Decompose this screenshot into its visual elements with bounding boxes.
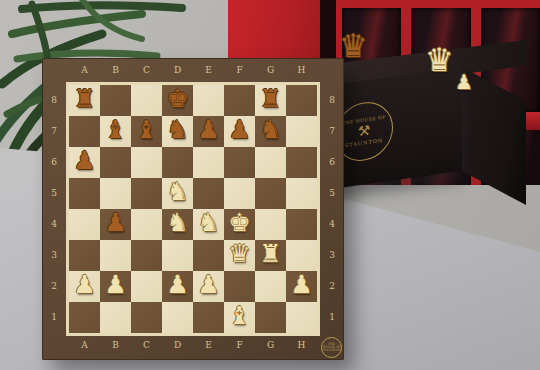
file-label-D: D xyxy=(162,340,193,350)
square-d4: ♞ xyxy=(162,209,193,240)
square-f7: ♟ xyxy=(224,116,255,147)
file-label-C: C xyxy=(131,340,162,350)
square-g5 xyxy=(255,178,286,209)
square-c5 xyxy=(131,178,162,209)
square-g6 xyxy=(255,147,286,178)
white-knight: ♞ xyxy=(162,179,193,204)
square-d5: ♞ xyxy=(162,178,193,209)
file-label-E: E xyxy=(193,340,224,350)
logo-text-bottom: STAUNTON xyxy=(345,137,384,148)
square-e6 xyxy=(193,147,224,178)
square-h6 xyxy=(286,147,317,178)
white-bishop: ♝ xyxy=(224,303,255,328)
square-c4 xyxy=(131,209,162,240)
square-a7 xyxy=(69,116,100,147)
square-a5 xyxy=(69,178,100,209)
square-b4: ♟ xyxy=(100,209,131,240)
rank-label-4: 4 xyxy=(42,209,66,240)
square-a1 xyxy=(69,302,100,333)
rank-label-8: 8 xyxy=(42,85,66,116)
square-d2: ♟ xyxy=(162,271,193,302)
spare-white-pawn: ♟ xyxy=(455,72,473,92)
file-label-H: H xyxy=(286,65,317,75)
spare-white-queen: ♛ xyxy=(425,44,454,76)
product-photo-scene: THE HOUSE OF ⚒ STAUNTON ♟♛♛♟ ABCDEFGH AB… xyxy=(0,0,540,370)
square-a6: ♟ xyxy=(69,147,100,178)
file-label-G: G xyxy=(255,340,286,350)
square-h5 xyxy=(286,178,317,209)
file-label-G: G xyxy=(255,65,286,75)
square-f2 xyxy=(224,271,255,302)
black-rook: ♜ xyxy=(255,86,286,111)
square-c3 xyxy=(131,240,162,271)
square-f6 xyxy=(224,147,255,178)
file-label-F: F xyxy=(224,65,255,75)
square-g4 xyxy=(255,209,286,240)
square-c7: ♝ xyxy=(131,116,162,147)
square-c2 xyxy=(131,271,162,302)
rank-label-6: 6 xyxy=(320,147,344,178)
file-label-F: F xyxy=(224,340,255,350)
white-pawn: ♟ xyxy=(162,272,193,297)
file-label-B: B xyxy=(100,340,131,350)
white-rook: ♜ xyxy=(255,241,286,266)
square-a4 xyxy=(69,209,100,240)
square-f4: ♚ xyxy=(224,209,255,240)
file-label-A: A xyxy=(69,65,100,75)
white-pawn: ♟ xyxy=(100,272,131,297)
board-pinstripe: ♜♚♜♝♝♞♟♟♞♟♞♟♞♞♚♛♜♟♟♟♟♟♝ xyxy=(66,82,320,336)
file-label-D: D xyxy=(162,65,193,75)
black-pawn: ♟ xyxy=(69,148,100,173)
rank-label-4: 4 xyxy=(320,209,344,240)
black-bishop: ♝ xyxy=(100,117,131,142)
rank-label-1: 1 xyxy=(320,302,344,333)
square-e5 xyxy=(193,178,224,209)
white-pawn: ♟ xyxy=(69,272,100,297)
square-g2 xyxy=(255,271,286,302)
square-b8 xyxy=(100,85,131,116)
white-pawn: ♟ xyxy=(286,272,317,297)
white-knight: ♞ xyxy=(193,210,224,235)
square-h8 xyxy=(286,85,317,116)
square-e1 xyxy=(193,302,224,333)
square-e3 xyxy=(193,240,224,271)
white-knight: ♞ xyxy=(162,210,193,235)
square-b2: ♟ xyxy=(100,271,131,302)
square-f8 xyxy=(224,85,255,116)
square-b7: ♝ xyxy=(100,116,131,147)
square-c6 xyxy=(131,147,162,178)
square-g7: ♞ xyxy=(255,116,286,147)
square-d7: ♞ xyxy=(162,116,193,147)
square-h1 xyxy=(286,302,317,333)
rank-label-3: 3 xyxy=(42,240,66,271)
square-f3: ♛ xyxy=(224,240,255,271)
black-rook: ♜ xyxy=(69,86,100,111)
square-f5 xyxy=(224,178,255,209)
square-g8: ♜ xyxy=(255,85,286,116)
square-e2: ♟ xyxy=(193,271,224,302)
white-king: ♚ xyxy=(224,210,255,235)
file-label-H: H xyxy=(286,340,317,350)
square-c1 xyxy=(131,302,162,333)
square-b5 xyxy=(100,178,131,209)
file-label-E: E xyxy=(193,65,224,75)
square-d8: ♚ xyxy=(162,85,193,116)
black-bishop: ♝ xyxy=(131,117,162,142)
white-pawn: ♟ xyxy=(193,272,224,297)
black-pawn: ♟ xyxy=(100,210,131,235)
rank-label-7: 7 xyxy=(320,116,344,147)
black-knight: ♞ xyxy=(255,117,286,142)
square-e4: ♞ xyxy=(193,209,224,240)
rank-label-1: 1 xyxy=(42,302,66,333)
black-pawn: ♟ xyxy=(193,117,224,142)
chess-board: ABCDEFGH ABCDEFGH 12345678 12345678 ♜♚♜♝… xyxy=(42,58,344,360)
file-label-A: A xyxy=(69,340,100,350)
square-a3 xyxy=(69,240,100,271)
square-h3 xyxy=(286,240,317,271)
white-queen: ♛ xyxy=(224,241,255,266)
rank-label-3: 3 xyxy=(320,240,344,271)
rank-label-6: 6 xyxy=(42,147,66,178)
square-h2: ♟ xyxy=(286,271,317,302)
rank-label-5: 5 xyxy=(42,178,66,209)
rank-label-2: 2 xyxy=(320,271,344,302)
square-b3 xyxy=(100,240,131,271)
square-h4 xyxy=(286,209,317,240)
rank-label-7: 7 xyxy=(42,116,66,147)
square-f1: ♝ xyxy=(224,302,255,333)
gavel-icon: ⚒ xyxy=(358,122,371,141)
board-stamp-roundel: THE HOUSE OF STAUNTON xyxy=(321,337,342,358)
rank-label-5: 5 xyxy=(320,178,344,209)
square-d3 xyxy=(162,240,193,271)
square-d1 xyxy=(162,302,193,333)
black-pawn: ♟ xyxy=(224,117,255,142)
file-label-C: C xyxy=(131,65,162,75)
square-g3: ♜ xyxy=(255,240,286,271)
file-label-B: B xyxy=(100,65,131,75)
square-d6 xyxy=(162,147,193,178)
square-c8 xyxy=(131,85,162,116)
rank-label-2: 2 xyxy=(42,271,66,302)
black-king: ♚ xyxy=(162,86,193,111)
spare-black-queen: ♛ xyxy=(339,30,368,62)
square-e8 xyxy=(193,85,224,116)
square-a2: ♟ xyxy=(69,271,100,302)
square-b1 xyxy=(100,302,131,333)
square-g1 xyxy=(255,302,286,333)
board-grid: ♜♚♜♝♝♞♟♟♞♟♞♟♞♞♚♛♜♟♟♟♟♟♝ xyxy=(69,85,317,333)
square-a8: ♜ xyxy=(69,85,100,116)
square-b6 xyxy=(100,147,131,178)
rank-label-8: 8 xyxy=(320,85,344,116)
square-h7 xyxy=(286,116,317,147)
black-knight: ♞ xyxy=(162,117,193,142)
square-e7: ♟ xyxy=(193,116,224,147)
